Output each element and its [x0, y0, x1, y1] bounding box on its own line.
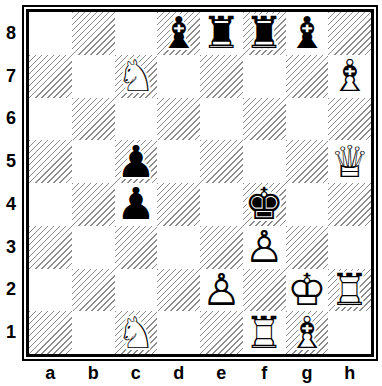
square-h1[interactable]: [328, 311, 371, 354]
square-f5[interactable]: [243, 140, 286, 183]
white-knight-c1: ♘: [115, 311, 158, 354]
square-f1[interactable]: ♜♖: [243, 311, 286, 354]
square-d5[interactable]: [157, 140, 200, 183]
square-g5[interactable]: [286, 140, 329, 183]
square-d4[interactable]: [157, 183, 200, 226]
square-a8[interactable]: [29, 12, 72, 55]
square-e6[interactable]: [200, 98, 243, 141]
square-b4[interactable]: [72, 183, 115, 226]
square-c7[interactable]: ♞♘: [115, 55, 158, 98]
rank-label-8: 8: [0, 12, 22, 55]
file-label-c: c: [115, 361, 158, 386]
square-e7[interactable]: [200, 55, 243, 98]
square-d8[interactable]: ♝♝: [157, 12, 200, 55]
rank-label-5: 5: [0, 140, 22, 183]
square-e2[interactable]: ♟♙: [200, 269, 243, 312]
rank-label-3: 3: [0, 226, 22, 269]
square-e5[interactable]: [200, 140, 243, 183]
square-c2[interactable]: [115, 269, 158, 312]
white-bishop-g1: ♗: [286, 311, 329, 354]
square-g3[interactable]: [286, 226, 329, 269]
white-bishop-h7: ♗: [328, 55, 371, 98]
square-h7[interactable]: ♝♗: [328, 55, 371, 98]
square-d7[interactable]: [157, 55, 200, 98]
square-f3[interactable]: ♟♙: [243, 226, 286, 269]
square-c5[interactable]: ♟♟: [115, 140, 158, 183]
square-a6[interactable]: [29, 98, 72, 141]
square-f8[interactable]: ♜♜: [243, 12, 286, 55]
white-queen-h5: ♕: [328, 140, 371, 183]
square-a2[interactable]: [29, 269, 72, 312]
file-label-h: h: [328, 361, 371, 386]
square-c6[interactable]: [115, 98, 158, 141]
square-g2[interactable]: ♚♔: [286, 269, 329, 312]
white-king-g2: ♔: [286, 269, 329, 312]
white-pawn-e2: ♙: [200, 269, 243, 312]
square-a1[interactable]: [29, 311, 72, 354]
square-c3[interactable]: [115, 226, 158, 269]
square-c1[interactable]: ♞♘: [115, 311, 158, 354]
square-d2[interactable]: [157, 269, 200, 312]
square-a4[interactable]: [29, 183, 72, 226]
white-pawn-f3: ♙: [243, 226, 286, 269]
square-g8[interactable]: ♝♝: [286, 12, 329, 55]
square-d6[interactable]: [157, 98, 200, 141]
rank-label-4: 4: [0, 183, 22, 226]
square-e1[interactable]: [200, 311, 243, 354]
square-f6[interactable]: [243, 98, 286, 141]
square-h4[interactable]: [328, 183, 371, 226]
rank-label-2: 2: [0, 269, 22, 312]
black-king-f4: ♚: [243, 183, 286, 226]
file-labels: abcdefgh: [29, 361, 371, 386]
file-label-a: a: [29, 361, 72, 386]
square-g1[interactable]: ♝♗: [286, 311, 329, 354]
rank-labels: 87654321: [0, 12, 22, 354]
black-pawn-c4: ♟: [115, 183, 158, 226]
square-h6[interactable]: [328, 98, 371, 141]
chess-diagram: 87654321 ♝♝♜♜♜♜♝♝♞♘♝♗♟♟♛♕♟♟♚♚♟♙♟♙♚♔♜♖♞♘♜…: [0, 0, 382, 386]
square-b7[interactable]: [72, 55, 115, 98]
black-pawn-c5: ♟: [115, 140, 158, 183]
file-label-g: g: [286, 361, 329, 386]
file-label-e: e: [200, 361, 243, 386]
chess-board: ♝♝♜♜♜♜♝♝♞♘♝♗♟♟♛♕♟♟♚♚♟♙♟♙♚♔♜♖♞♘♜♖♝♗: [26, 9, 374, 357]
square-e4[interactable]: [200, 183, 243, 226]
square-a3[interactable]: [29, 226, 72, 269]
black-rook-f8: ♜: [243, 12, 286, 55]
square-a5[interactable]: [29, 140, 72, 183]
square-h5[interactable]: ♛♕: [328, 140, 371, 183]
rank-label-1: 1: [0, 311, 22, 354]
rank-label-6: 6: [0, 98, 22, 141]
square-b3[interactable]: [72, 226, 115, 269]
black-bishop-g8: ♝: [286, 12, 329, 55]
white-rook-h2: ♖: [328, 269, 371, 312]
file-label-b: b: [72, 361, 115, 386]
square-b1[interactable]: [72, 311, 115, 354]
square-d1[interactable]: [157, 311, 200, 354]
white-rook-f1: ♖: [243, 311, 286, 354]
square-c8[interactable]: [115, 12, 158, 55]
square-a7[interactable]: [29, 55, 72, 98]
square-e8[interactable]: ♜♜: [200, 12, 243, 55]
black-rook-e8: ♜: [200, 12, 243, 55]
file-label-d: d: [157, 361, 200, 386]
square-g6[interactable]: [286, 98, 329, 141]
square-f2[interactable]: [243, 269, 286, 312]
black-bishop-d8: ♝: [157, 12, 200, 55]
rank-label-7: 7: [0, 55, 22, 98]
square-c4[interactable]: ♟♟: [115, 183, 158, 226]
file-label-f: f: [243, 361, 286, 386]
white-knight-c7: ♘: [115, 55, 158, 98]
square-d3[interactable]: [157, 226, 200, 269]
square-g7[interactable]: [286, 55, 329, 98]
square-b8[interactable]: [72, 12, 115, 55]
square-f4[interactable]: ♚♚: [243, 183, 286, 226]
square-e3[interactable]: [200, 226, 243, 269]
square-f7[interactable]: [243, 55, 286, 98]
square-h3[interactable]: [328, 226, 371, 269]
square-b5[interactable]: [72, 140, 115, 183]
board-frame: ♝♝♜♜♜♜♝♝♞♘♝♗♟♟♛♕♟♟♚♚♟♙♟♙♚♔♜♖♞♘♜♖♝♗: [22, 5, 378, 361]
square-h8[interactable]: [328, 12, 371, 55]
square-b2[interactable]: [72, 269, 115, 312]
square-g4[interactable]: [286, 183, 329, 226]
square-h2[interactable]: ♜♖: [328, 269, 371, 312]
square-b6[interactable]: [72, 98, 115, 141]
